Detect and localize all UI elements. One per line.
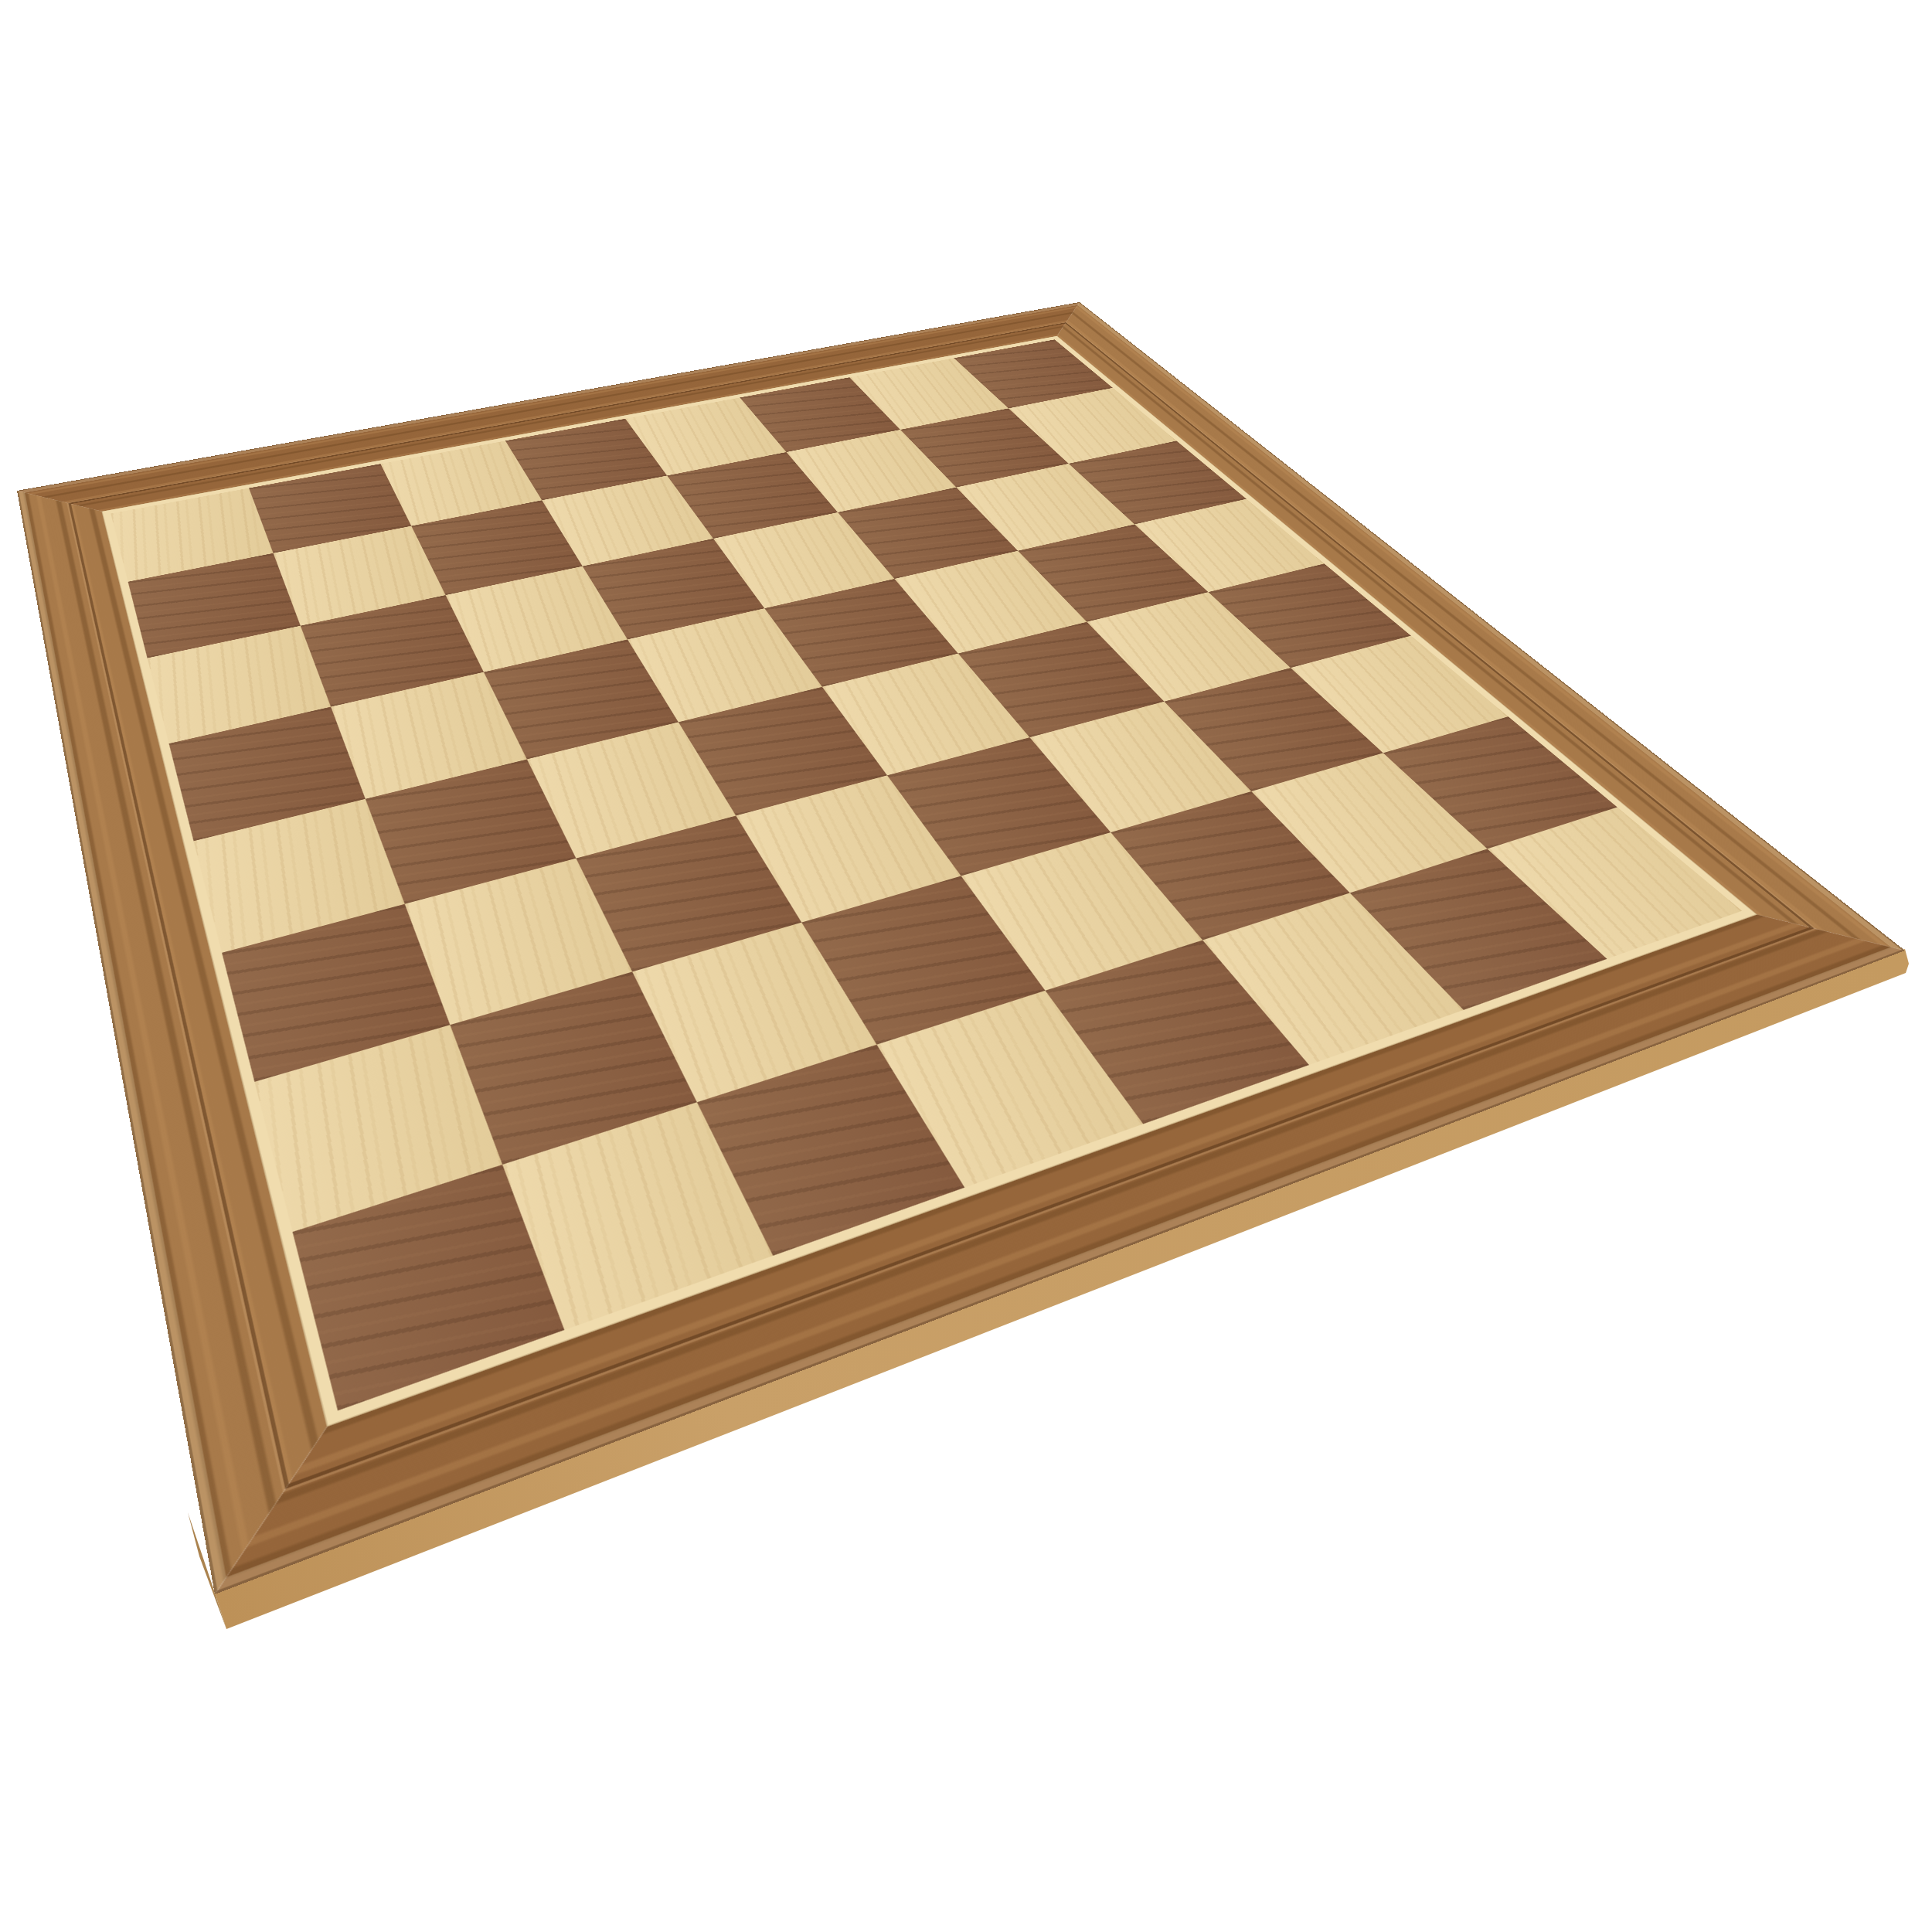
product-photo-scene [0, 0, 1932, 1932]
